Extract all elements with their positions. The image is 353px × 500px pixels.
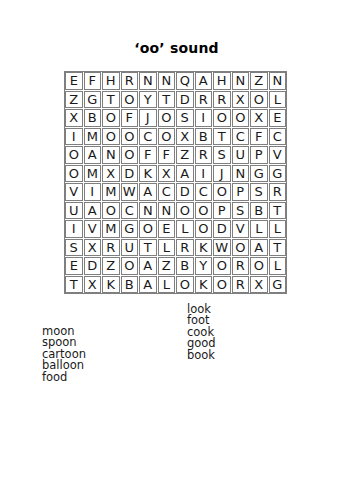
grid-cell-r12-c11: X bbox=[250, 276, 268, 294]
grid-cell-r8-c6: N bbox=[158, 202, 176, 220]
grid-cell-r9-c5: O bbox=[139, 220, 157, 238]
grid-cell-r9-c1: I bbox=[65, 220, 83, 238]
grid-cell-r10-c6: L bbox=[158, 239, 176, 257]
grid-cell-r4-c8: B bbox=[195, 128, 213, 146]
grid-cell-r9-c4: G bbox=[121, 220, 139, 238]
grid-cell-r3-c11: X bbox=[250, 109, 268, 127]
grid-cell-r5-c9: S bbox=[213, 146, 231, 164]
grid-cell-r4-c12: C bbox=[269, 128, 287, 146]
puzzle-title: ‘oo’ sound bbox=[0, 40, 353, 56]
grid-cell-r2-c3: T bbox=[102, 91, 120, 109]
grid-cell-r11-c3: Z bbox=[102, 257, 120, 275]
grid-cell-r12-c3: K bbox=[102, 276, 120, 294]
grid-cell-r12-c5: A bbox=[139, 276, 157, 294]
grid-cell-r7-c6: C bbox=[158, 183, 176, 201]
grid-cell-r5-c3: N bbox=[102, 146, 120, 164]
grid-cell-r2-c5: Y bbox=[139, 91, 157, 109]
grid-cell-r11-c7: B bbox=[176, 257, 194, 275]
grid-cell-r4-c4: O bbox=[121, 128, 139, 146]
grid-cell-r8-c2: A bbox=[84, 202, 102, 220]
grid-cell-r6-c11: G bbox=[250, 165, 268, 183]
grid-cell-r4-c11: F bbox=[250, 128, 268, 146]
grid-cell-r12-c9: O bbox=[213, 276, 231, 294]
grid-cell-r8-c4: C bbox=[121, 202, 139, 220]
grid-cell-r3-c4: F bbox=[121, 109, 139, 127]
grid-cell-r3-c5: J bbox=[139, 109, 157, 127]
grid-cell-r3-c10: O bbox=[232, 109, 250, 127]
grid-cell-r11-c8: Y bbox=[195, 257, 213, 275]
grid-cell-r5-c6: F bbox=[158, 146, 176, 164]
grid-cell-r2-c9: R bbox=[213, 91, 231, 109]
grid-cell-r4-c5: C bbox=[139, 128, 157, 146]
grid-cell-r8-c8: O bbox=[195, 202, 213, 220]
grid-cell-r10-c7: R bbox=[176, 239, 194, 257]
grid-cell-r8-c12: T bbox=[269, 202, 287, 220]
grid-cell-r2-c10: X bbox=[232, 91, 250, 109]
grid-cell-r4-c1: I bbox=[65, 128, 83, 146]
grid-cell-r6-c7: A bbox=[176, 165, 194, 183]
grid-cell-r7-c2: I bbox=[84, 183, 102, 201]
grid-cell-r1-c7: Q bbox=[176, 72, 194, 90]
grid-cell-r6-c12: G bbox=[269, 165, 287, 183]
grid-cell-r8-c5: N bbox=[139, 202, 157, 220]
grid-cell-r9-c7: L bbox=[176, 220, 194, 238]
grid-cell-r6-c1: O bbox=[65, 165, 83, 183]
grid-cell-r2-c12: L bbox=[269, 91, 287, 109]
grid-cell-r10-c11: A bbox=[250, 239, 268, 257]
grid-cell-r5-c12: V bbox=[269, 146, 287, 164]
grid-cell-r3-c1: X bbox=[65, 109, 83, 127]
grid-cell-r5-c4: O bbox=[121, 146, 139, 164]
grid-cell-r6-c3: X bbox=[102, 165, 120, 183]
grid-cell-r5-c2: A bbox=[84, 146, 102, 164]
grid-cell-r2-c6: T bbox=[158, 91, 176, 109]
grid-cell-r11-c11: O bbox=[250, 257, 268, 275]
grid-cell-r12-c1: T bbox=[65, 276, 83, 294]
grid-cell-r6-c9: J bbox=[213, 165, 231, 183]
grid-cell-r3-c9: O bbox=[213, 109, 231, 127]
grid-cell-r9-c3: M bbox=[102, 220, 120, 238]
grid-cell-r7-c7: D bbox=[176, 183, 194, 201]
grid-cell-r5-c5: F bbox=[139, 146, 157, 164]
grid-cell-r5-c8: R bbox=[195, 146, 213, 164]
grid-cell-r1-c10: N bbox=[232, 72, 250, 90]
grid-cell-r7-c1: V bbox=[65, 183, 83, 201]
grid-cell-r12-c10: R bbox=[232, 276, 250, 294]
grid-cell-r10-c4: U bbox=[121, 239, 139, 257]
grid-cell-r12-c12: G bbox=[269, 276, 287, 294]
grid-cell-r12-c6: L bbox=[158, 276, 176, 294]
grid-cell-r1-c12: N bbox=[269, 72, 287, 90]
grid-cell-r12-c2: X bbox=[84, 276, 102, 294]
grid-cell-r8-c9: P bbox=[213, 202, 231, 220]
grid-cell-r3-c6: O bbox=[158, 109, 176, 127]
word-item-left-5: food bbox=[42, 372, 86, 383]
grid-cell-r9-c11: L bbox=[250, 220, 268, 238]
grid-cell-r5-c7: Z bbox=[176, 146, 194, 164]
grid-cell-r3-c12: E bbox=[269, 109, 287, 127]
grid-cell-r9-c9: D bbox=[213, 220, 231, 238]
grid-cell-r11-c2: D bbox=[84, 257, 102, 275]
grid-cell-r5-c11: P bbox=[250, 146, 268, 164]
grid-cell-r4-c9: T bbox=[213, 128, 231, 146]
grid-cell-r7-c8: C bbox=[195, 183, 213, 201]
grid-cell-r12-c8: K bbox=[195, 276, 213, 294]
grid-cell-r10-c9: W bbox=[213, 239, 231, 257]
grid-cell-r4-c7: X bbox=[176, 128, 194, 146]
grid-cell-r11-c6: Z bbox=[158, 257, 176, 275]
grid-cell-r7-c11: S bbox=[250, 183, 268, 201]
grid-cell-r12-c4: B bbox=[121, 276, 139, 294]
grid-cell-r9-c2: V bbox=[84, 220, 102, 238]
grid-cell-r12-c7: O bbox=[176, 276, 194, 294]
grid-cell-r3-c3: O bbox=[102, 109, 120, 127]
grid-cell-r8-c11: B bbox=[250, 202, 268, 220]
grid-cell-r6-c6: X bbox=[158, 165, 176, 183]
grid-cell-r10-c3: R bbox=[102, 239, 120, 257]
grid-cell-r6-c8: I bbox=[195, 165, 213, 183]
grid-cell-r9-c10: V bbox=[232, 220, 250, 238]
grid-cell-r10-c12: T bbox=[269, 239, 287, 257]
grid-cell-r2-c2: G bbox=[84, 91, 102, 109]
grid-cell-r2-c1: Z bbox=[65, 91, 83, 109]
worksheet-page: ‘oo’ sound EFHRNNQAHNZNZGTOYTDRRXOLXBOFJ… bbox=[0, 0, 353, 500]
grid-cell-r1-c3: H bbox=[102, 72, 120, 90]
grid-cell-r1-c4: R bbox=[121, 72, 139, 90]
word-item-right-5: book bbox=[187, 350, 216, 361]
grid-cell-r11-c1: E bbox=[65, 257, 83, 275]
grid-cell-r6-c10: N bbox=[232, 165, 250, 183]
grid-cell-r10-c1: S bbox=[65, 239, 83, 257]
grid-cell-r1-c9: H bbox=[213, 72, 231, 90]
grid-cell-r5-c10: U bbox=[232, 146, 250, 164]
grid-cell-r8-c1: U bbox=[65, 202, 83, 220]
grid-cell-r9-c6: E bbox=[158, 220, 176, 238]
grid-cell-r11-c9: O bbox=[213, 257, 231, 275]
grid-cell-r1-c1: E bbox=[65, 72, 83, 90]
grid-cell-r4-c6: O bbox=[158, 128, 176, 146]
grid-cell-r6-c5: K bbox=[139, 165, 157, 183]
grid-cell-r1-c2: F bbox=[84, 72, 102, 90]
grid-cell-r10-c10: O bbox=[232, 239, 250, 257]
grid-cell-r4-c10: C bbox=[232, 128, 250, 146]
grid-cell-r6-c2: M bbox=[84, 165, 102, 183]
grid-cell-r4-c3: O bbox=[102, 128, 120, 146]
grid-cell-r1-c8: A bbox=[195, 72, 213, 90]
grid-cell-r11-c4: O bbox=[121, 257, 139, 275]
word-list-right: lookfootcookgoodbook bbox=[187, 304, 216, 361]
grid-cell-r7-c10: P bbox=[232, 183, 250, 201]
grid-cell-r2-c8: R bbox=[195, 91, 213, 109]
grid-cell-r3-c2: B bbox=[84, 109, 102, 127]
grid-cell-r11-c12: L bbox=[269, 257, 287, 275]
grid-cell-r7-c3: M bbox=[102, 183, 120, 201]
word-search-grid: EFHRNNQAHNZNZGTOYTDRRXOLXBOFJOSIOOXEIMOO… bbox=[64, 71, 287, 294]
grid-cell-r2-c4: O bbox=[121, 91, 139, 109]
grid-cell-r8-c10: S bbox=[232, 202, 250, 220]
grid-cell-r9-c12: L bbox=[269, 220, 287, 238]
grid-cell-r3-c8: I bbox=[195, 109, 213, 127]
grid-cell-r10-c5: T bbox=[139, 239, 157, 257]
grid-cell-r5-c1: O bbox=[65, 146, 83, 164]
grid-cell-r9-c8: O bbox=[195, 220, 213, 238]
grid-cell-r10-c2: X bbox=[84, 239, 102, 257]
grid-cell-r3-c7: S bbox=[176, 109, 194, 127]
grid-cell-r7-c12: R bbox=[269, 183, 287, 201]
grid-cell-r2-c11: O bbox=[250, 91, 268, 109]
grid-cell-r1-c11: Z bbox=[250, 72, 268, 90]
grid-cell-r11-c10: R bbox=[232, 257, 250, 275]
grid-cell-r7-c9: O bbox=[213, 183, 231, 201]
grid-cell-r2-c7: D bbox=[176, 91, 194, 109]
grid-cell-r11-c5: A bbox=[139, 257, 157, 275]
grid-cell-r1-c5: N bbox=[139, 72, 157, 90]
grid-cell-r7-c4: W bbox=[121, 183, 139, 201]
word-list-left: moonspooncartoonballoonfood bbox=[42, 326, 86, 383]
grid-cell-r8-c7: O bbox=[176, 202, 194, 220]
grid-cell-r6-c4: D bbox=[121, 165, 139, 183]
grid-cell-r4-c2: M bbox=[84, 128, 102, 146]
grid-cell-r7-c5: A bbox=[139, 183, 157, 201]
grid-cell-r10-c8: K bbox=[195, 239, 213, 257]
grid-cell-r1-c6: N bbox=[158, 72, 176, 90]
grid-cell-r8-c3: O bbox=[102, 202, 120, 220]
